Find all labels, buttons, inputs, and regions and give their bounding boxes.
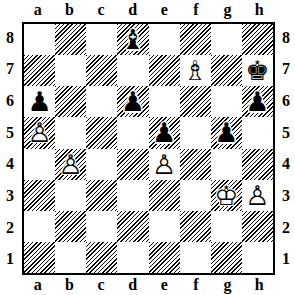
rank-label-2: 2 bbox=[276, 212, 295, 244]
square-a8[interactable] bbox=[24, 24, 55, 55]
square-g5[interactable]: ♟ bbox=[211, 117, 242, 148]
rank-label-5: 5 bbox=[276, 117, 295, 149]
square-d8[interactable]: ♝ bbox=[117, 24, 148, 55]
square-e6[interactable] bbox=[149, 86, 180, 117]
rank-label-3: 3 bbox=[276, 180, 295, 212]
square-h6[interactable]: ♟ bbox=[242, 86, 273, 117]
piece-outline: ♙ bbox=[245, 180, 269, 211]
square-f4[interactable] bbox=[180, 149, 211, 180]
square-f2[interactable] bbox=[180, 211, 211, 242]
piece-outline: ♔ bbox=[214, 180, 238, 211]
white-pawn-e4[interactable]: ♟♙ bbox=[149, 149, 180, 180]
black-pawn-a6[interactable]: ♟ bbox=[24, 86, 55, 117]
square-h1[interactable] bbox=[242, 242, 273, 273]
rank-labels-right: 87654321 bbox=[276, 22, 295, 275]
file-label-d: d bbox=[117, 0, 149, 20]
rank-label-2: 2 bbox=[0, 212, 20, 244]
black-pawn-g5[interactable]: ♟ bbox=[211, 117, 242, 148]
file-label-b: b bbox=[54, 275, 86, 295]
file-label-g: g bbox=[212, 0, 244, 20]
rank-label-7: 7 bbox=[0, 54, 20, 86]
square-d6[interactable]: ♟ bbox=[117, 86, 148, 117]
square-a2[interactable] bbox=[24, 211, 55, 242]
square-h7[interactable]: ♚ bbox=[242, 55, 273, 86]
square-g2[interactable] bbox=[211, 211, 242, 242]
chess-diagram: abcdefgh 87654321 ♝♝♗♚♟♟♟♟♙♟♟♟♙♟♙♚♔♟♙ 87… bbox=[0, 0, 295, 295]
square-h5[interactable] bbox=[242, 117, 273, 148]
square-d3[interactable] bbox=[117, 180, 148, 211]
file-label-c: c bbox=[85, 275, 117, 295]
square-b7[interactable] bbox=[55, 55, 86, 86]
white-pawn-h3[interactable]: ♟♙ bbox=[242, 180, 273, 211]
square-b2[interactable] bbox=[55, 211, 86, 242]
black-pawn-d6[interactable]: ♟ bbox=[117, 86, 148, 117]
square-e5[interactable]: ♟ bbox=[149, 117, 180, 148]
rank-label-5: 5 bbox=[0, 117, 20, 149]
square-g4[interactable] bbox=[211, 149, 242, 180]
square-d1[interactable] bbox=[117, 242, 148, 273]
file-label-h: h bbox=[243, 275, 275, 295]
file-label-a: a bbox=[22, 0, 54, 20]
square-a7[interactable] bbox=[24, 55, 55, 86]
rank-label-1: 1 bbox=[0, 243, 20, 275]
square-d4[interactable] bbox=[117, 149, 148, 180]
file-label-h: h bbox=[243, 0, 275, 20]
black-king-h7[interactable]: ♚ bbox=[242, 55, 273, 86]
square-b5[interactable] bbox=[55, 117, 86, 148]
file-label-b: b bbox=[54, 0, 86, 20]
square-d2[interactable] bbox=[117, 211, 148, 242]
square-e2[interactable] bbox=[149, 211, 180, 242]
white-king-g3[interactable]: ♚♔ bbox=[211, 180, 242, 211]
square-a6[interactable]: ♟ bbox=[24, 86, 55, 117]
square-a1[interactable] bbox=[24, 242, 55, 273]
square-b6[interactable] bbox=[55, 86, 86, 117]
black-pawn-h6[interactable]: ♟ bbox=[242, 86, 273, 117]
square-a3[interactable] bbox=[24, 180, 55, 211]
square-c4[interactable] bbox=[86, 149, 117, 180]
square-b8[interactable] bbox=[55, 24, 86, 55]
white-pawn-a5[interactable]: ♟♙ bbox=[24, 117, 55, 148]
file-label-d: d bbox=[117, 275, 149, 295]
chess-board: ♝♝♗♚♟♟♟♟♙♟♟♟♙♟♙♚♔♟♙ bbox=[22, 22, 275, 275]
square-a5[interactable]: ♟♙ bbox=[24, 117, 55, 148]
rank-label-3: 3 bbox=[0, 180, 20, 212]
white-bishop-f7[interactable]: ♝♗ bbox=[180, 55, 211, 86]
square-e8[interactable] bbox=[149, 24, 180, 55]
square-g8[interactable] bbox=[211, 24, 242, 55]
square-b3[interactable] bbox=[55, 180, 86, 211]
file-label-f: f bbox=[180, 0, 212, 20]
square-c3[interactable] bbox=[86, 180, 117, 211]
square-h2[interactable] bbox=[242, 211, 273, 242]
rank-label-6: 6 bbox=[276, 85, 295, 117]
square-e1[interactable] bbox=[149, 242, 180, 273]
square-h3[interactable]: ♟♙ bbox=[242, 180, 273, 211]
square-d5[interactable] bbox=[117, 117, 148, 148]
rank-label-8: 8 bbox=[0, 22, 20, 54]
file-label-f: f bbox=[180, 275, 212, 295]
square-f6[interactable] bbox=[180, 86, 211, 117]
square-f1[interactable] bbox=[180, 242, 211, 273]
square-c1[interactable] bbox=[86, 242, 117, 273]
file-label-a: a bbox=[22, 275, 54, 295]
file-labels-top: abcdefgh bbox=[22, 0, 275, 20]
square-d7[interactable] bbox=[117, 55, 148, 86]
piece-outline: ♗ bbox=[183, 55, 207, 86]
square-c7[interactable] bbox=[86, 55, 117, 86]
file-label-g: g bbox=[212, 275, 244, 295]
square-a4[interactable] bbox=[24, 149, 55, 180]
square-f5[interactable] bbox=[180, 117, 211, 148]
piece-outline: ♙ bbox=[59, 149, 83, 180]
file-labels-bottom: abcdefgh bbox=[22, 275, 275, 295]
square-c8[interactable] bbox=[86, 24, 117, 55]
square-b4[interactable]: ♟♙ bbox=[55, 149, 86, 180]
square-c2[interactable] bbox=[86, 211, 117, 242]
square-e3[interactable] bbox=[149, 180, 180, 211]
square-g7[interactable] bbox=[211, 55, 242, 86]
square-f7[interactable]: ♝♗ bbox=[180, 55, 211, 86]
square-f8[interactable] bbox=[180, 24, 211, 55]
rank-label-6: 6 bbox=[0, 85, 20, 117]
file-label-c: c bbox=[85, 0, 117, 20]
black-bishop-d8[interactable]: ♝ bbox=[117, 24, 148, 55]
square-g1[interactable] bbox=[211, 242, 242, 273]
black-pawn-e5[interactable]: ♟ bbox=[149, 117, 180, 148]
square-g6[interactable] bbox=[211, 86, 242, 117]
white-pawn-b4[interactable]: ♟♙ bbox=[55, 149, 86, 180]
rank-label-4: 4 bbox=[0, 149, 20, 181]
file-label-e: e bbox=[149, 0, 181, 20]
rank-label-8: 8 bbox=[276, 22, 295, 54]
square-e7[interactable] bbox=[149, 55, 180, 86]
square-h4[interactable] bbox=[242, 149, 273, 180]
rank-label-1: 1 bbox=[276, 243, 295, 275]
square-c5[interactable] bbox=[86, 117, 117, 148]
square-g3[interactable]: ♚♔ bbox=[211, 180, 242, 211]
square-b1[interactable] bbox=[55, 242, 86, 273]
square-c6[interactable] bbox=[86, 86, 117, 117]
piece-outline: ♙ bbox=[27, 117, 51, 148]
rank-label-4: 4 bbox=[276, 149, 295, 181]
rank-labels-left: 87654321 bbox=[0, 22, 20, 275]
file-label-e: e bbox=[149, 275, 181, 295]
rank-label-7: 7 bbox=[276, 54, 295, 86]
square-h8[interactable] bbox=[242, 24, 273, 55]
piece-outline: ♙ bbox=[152, 149, 176, 180]
square-f3[interactable] bbox=[180, 180, 211, 211]
square-e4[interactable]: ♟♙ bbox=[149, 149, 180, 180]
